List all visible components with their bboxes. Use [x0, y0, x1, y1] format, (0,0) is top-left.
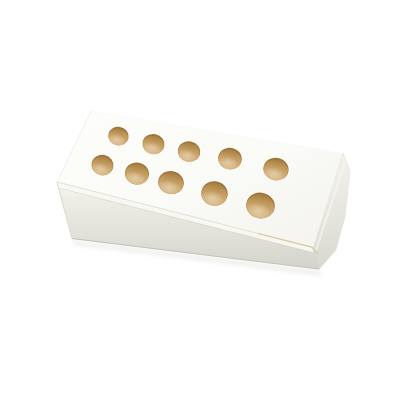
pit-tray-box-svg [0, 0, 400, 400]
product-photo [0, 0, 400, 400]
